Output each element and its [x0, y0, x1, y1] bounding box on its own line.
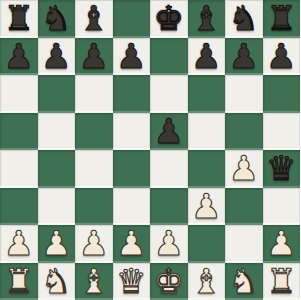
square-a4[interactable]	[0, 150, 38, 188]
piece-black-pawn[interactable]: ♟	[116, 38, 146, 75]
piece-black-pawn[interactable]: ♟	[79, 38, 109, 75]
square-g8[interactable]: ♞	[225, 0, 263, 38]
piece-white-king[interactable]: ♚	[154, 263, 184, 300]
piece-white-knight[interactable]: ♞	[229, 263, 259, 300]
square-g7[interactable]: ♟	[225, 38, 263, 76]
square-g5[interactable]	[225, 113, 263, 151]
piece-black-rook[interactable]: ♜	[266, 0, 296, 37]
square-d3[interactable]	[113, 188, 151, 226]
square-e1[interactable]: ♚	[150, 263, 188, 300]
piece-white-bishop[interactable]: ♝	[79, 263, 109, 300]
square-h1[interactable]: ♜	[263, 263, 301, 300]
square-g6[interactable]	[225, 75, 263, 113]
square-f6[interactable]	[188, 75, 226, 113]
square-h5[interactable]	[263, 113, 301, 151]
square-f7[interactable]: ♟	[188, 38, 226, 76]
square-c6[interactable]	[75, 75, 113, 113]
square-c7[interactable]: ♟	[75, 38, 113, 76]
square-a5[interactable]	[0, 113, 38, 151]
square-e8[interactable]: ♚	[150, 0, 188, 38]
square-f8[interactable]: ♝	[188, 0, 226, 38]
square-a1[interactable]: ♜	[0, 263, 38, 300]
square-e2[interactable]: ♟	[150, 225, 188, 263]
square-d8[interactable]	[113, 0, 151, 38]
piece-black-pawn[interactable]: ♟	[154, 113, 184, 150]
piece-black-pawn[interactable]: ♟	[229, 38, 259, 75]
piece-white-rook[interactable]: ♜	[4, 263, 34, 300]
square-d6[interactable]	[113, 75, 151, 113]
square-f5[interactable]	[188, 113, 226, 151]
square-d1[interactable]: ♛	[113, 263, 151, 300]
square-d7[interactable]: ♟	[113, 38, 151, 76]
square-d2[interactable]: ♟	[113, 225, 151, 263]
square-e7[interactable]	[150, 38, 188, 76]
piece-white-pawn[interactable]: ♟	[79, 225, 109, 262]
piece-black-pawn[interactable]: ♟	[266, 38, 296, 75]
square-h4[interactable]: ♛	[263, 150, 301, 188]
piece-white-pawn[interactable]: ♟	[154, 225, 184, 262]
piece-black-knight[interactable]: ♞	[41, 0, 71, 37]
square-b7[interactable]: ♟	[38, 38, 76, 76]
piece-white-pawn[interactable]: ♟	[4, 225, 34, 262]
piece-black-knight[interactable]: ♞	[229, 0, 259, 37]
piece-white-bishop[interactable]: ♝	[191, 263, 221, 300]
square-g1[interactable]: ♞	[225, 263, 263, 300]
square-h3[interactable]	[263, 188, 301, 226]
piece-black-rook[interactable]: ♜	[4, 0, 34, 37]
square-c4[interactable]	[75, 150, 113, 188]
square-f2[interactable]	[188, 225, 226, 263]
chess-board: ♜♞♝♚♝♞♜♟♟♟♟♟♟♟♟♟♛♟♟♟♟♟♟♟♜♞♝♛♚♝♞♜	[0, 0, 300, 300]
piece-white-queen[interactable]: ♛	[116, 263, 146, 300]
square-e3[interactable]	[150, 188, 188, 226]
piece-black-pawn[interactable]: ♟	[4, 38, 34, 75]
chess-app: ♜♞♝♚♝♞♜♟♟♟♟♟♟♟♟♟♛♟♟♟♟♟♟♟♜♞♝♛♚♝♞♜	[0, 0, 300, 300]
square-b4[interactable]	[38, 150, 76, 188]
piece-white-pawn[interactable]: ♟	[229, 150, 259, 187]
piece-black-pawn[interactable]: ♟	[191, 38, 221, 75]
square-f1[interactable]: ♝	[188, 263, 226, 300]
square-h8[interactable]: ♜	[263, 0, 301, 38]
square-a6[interactable]	[0, 75, 38, 113]
square-c8[interactable]: ♝	[75, 0, 113, 38]
square-g4[interactable]: ♟	[225, 150, 263, 188]
square-g3[interactable]	[225, 188, 263, 226]
square-c1[interactable]: ♝	[75, 263, 113, 300]
piece-white-pawn[interactable]: ♟	[191, 188, 221, 225]
square-c2[interactable]: ♟	[75, 225, 113, 263]
piece-white-rook[interactable]: ♜	[266, 263, 296, 300]
square-a7[interactable]: ♟	[0, 38, 38, 76]
piece-black-king[interactable]: ♚	[154, 0, 184, 37]
piece-black-pawn[interactable]: ♟	[41, 38, 71, 75]
piece-white-knight[interactable]: ♞	[41, 263, 71, 300]
piece-black-bishop[interactable]: ♝	[191, 0, 221, 37]
piece-black-queen[interactable]: ♛	[266, 150, 296, 187]
square-h7[interactable]: ♟	[263, 38, 301, 76]
square-h6[interactable]	[263, 75, 301, 113]
square-f4[interactable]	[188, 150, 226, 188]
square-b8[interactable]: ♞	[38, 0, 76, 38]
piece-white-pawn[interactable]: ♟	[41, 225, 71, 262]
square-d5[interactable]	[113, 113, 151, 151]
square-g2[interactable]	[225, 225, 263, 263]
square-a8[interactable]: ♜	[0, 0, 38, 38]
square-d4[interactable]	[113, 150, 151, 188]
square-b1[interactable]: ♞	[38, 263, 76, 300]
square-c3[interactable]	[75, 188, 113, 226]
square-e4[interactable]	[150, 150, 188, 188]
piece-white-pawn[interactable]: ♟	[266, 225, 296, 262]
square-a2[interactable]: ♟	[0, 225, 38, 263]
square-b6[interactable]	[38, 75, 76, 113]
square-c5[interactable]	[75, 113, 113, 151]
square-b2[interactable]: ♟	[38, 225, 76, 263]
piece-black-bishop[interactable]: ♝	[79, 0, 109, 37]
piece-white-pawn[interactable]: ♟	[116, 225, 146, 262]
square-e5[interactable]: ♟	[150, 113, 188, 151]
square-e6[interactable]	[150, 75, 188, 113]
square-f3[interactable]: ♟	[188, 188, 226, 226]
square-b5[interactable]	[38, 113, 76, 151]
square-a3[interactable]	[0, 188, 38, 226]
square-h2[interactable]: ♟	[263, 225, 301, 263]
square-b3[interactable]	[38, 188, 76, 226]
